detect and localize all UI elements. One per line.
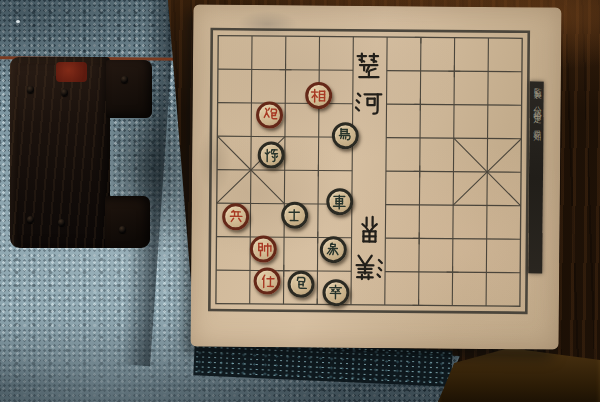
piece-black-cannon[interactable] <box>287 270 314 297</box>
piece-red-elephant[interactable] <box>305 82 332 109</box>
glyph-相 <box>310 88 326 104</box>
glyph-兵 <box>228 209 244 225</box>
piece-black-horse[interactable] <box>332 122 359 149</box>
photo-scene: 監製 公認檢定 愛知 <box>0 0 600 402</box>
wooden-block-tab-bottom <box>105 196 150 248</box>
glyph-仕 <box>259 273 275 289</box>
glyph-象 <box>325 242 341 258</box>
glyph-士 <box>286 207 302 223</box>
wooden-block-tab-top <box>106 60 152 118</box>
river-label-han-jie <box>353 214 386 281</box>
glyph-河 <box>354 89 384 119</box>
piece-black-general[interactable] <box>258 142 285 169</box>
glyph-帥 <box>256 241 272 257</box>
piece-black-advisor[interactable] <box>281 202 308 229</box>
piece-black-soldier[interactable] <box>322 279 349 306</box>
piece-black-chariot[interactable] <box>326 188 353 215</box>
piece-red-advisor[interactable] <box>254 268 281 295</box>
glyph-車 <box>332 194 348 210</box>
dust-speck <box>16 20 20 23</box>
river-label-chu-he <box>353 52 386 119</box>
glyph-馬 <box>337 128 353 144</box>
maker-inscription: 監製 公認檢定 愛知 <box>528 81 544 273</box>
bolt <box>121 76 128 83</box>
bolt <box>58 219 65 226</box>
xiangqi-paper-board: 監製 公認檢定 愛知 <box>191 4 562 349</box>
glyph-卒 <box>328 284 344 300</box>
red-paint-patch <box>56 62 87 82</box>
glyph-炮 <box>262 107 278 123</box>
bolt <box>27 86 34 93</box>
piece-red-general[interactable] <box>250 235 277 262</box>
glyph-漢 <box>354 251 384 281</box>
bolt <box>61 89 68 96</box>
glyph-界 <box>354 214 384 244</box>
bolt <box>27 216 34 223</box>
piece-red-soldier[interactable] <box>222 204 249 231</box>
pieces-layer <box>206 318 530 321</box>
glyph-將 <box>264 147 280 163</box>
glyph-楚 <box>354 52 384 82</box>
bolt <box>119 226 126 233</box>
piece-red-cannon[interactable] <box>256 101 283 128</box>
piece-black-elephant[interactable] <box>319 236 346 263</box>
glyph-包 <box>292 276 308 292</box>
